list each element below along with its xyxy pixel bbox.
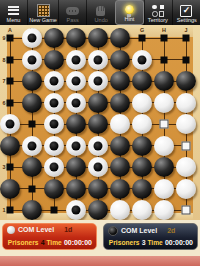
- white-territory-marker[interactable]: [160, 120, 169, 129]
- black-stone[interactable]: [110, 50, 130, 70]
- dead-white-stone[interactable]: [44, 71, 64, 91]
- black-stone[interactable]: [44, 179, 64, 199]
- white-stone[interactable]: [176, 93, 196, 113]
- black-stone[interactable]: [66, 179, 86, 199]
- black-stone[interactable]: [88, 28, 108, 48]
- black-prisoners-label: Prisoners: [109, 239, 140, 247]
- black-stone[interactable]: [66, 114, 86, 134]
- dead-white-stone[interactable]: [88, 71, 108, 91]
- dead-white-stone[interactable]: [88, 157, 108, 177]
- dead-white-stone[interactable]: [22, 136, 42, 156]
- bottom-banner: [0, 256, 200, 266]
- dead-white-stone[interactable]: [44, 136, 64, 156]
- black-territory-marker[interactable]: [51, 207, 58, 214]
- black-stone[interactable]: [88, 114, 108, 134]
- territory-stones-icon: [152, 4, 164, 17]
- black-stone[interactable]: [154, 71, 174, 91]
- black-stone[interactable]: [22, 200, 42, 220]
- black-territory-marker[interactable]: [29, 185, 36, 192]
- black-stone[interactable]: [132, 71, 152, 91]
- black-stone[interactable]: [88, 200, 108, 220]
- white-stone[interactable]: [110, 114, 130, 134]
- column-label-A: A: [8, 27, 12, 32]
- dead-white-stone[interactable]: [66, 200, 86, 220]
- white-com-level-value: 1d: [64, 226, 72, 234]
- black-stone[interactable]: [88, 93, 108, 113]
- black-stone[interactable]: [132, 157, 152, 177]
- white-stone[interactable]: [132, 93, 152, 113]
- black-com-level-label: COM Level: [121, 227, 157, 235]
- row-label-8: 8: [2, 57, 5, 62]
- black-stone[interactable]: [66, 157, 86, 177]
- undo-button-label: Undo: [94, 17, 107, 23]
- white-stone[interactable]: [154, 179, 174, 199]
- black-territory-marker[interactable]: [29, 121, 36, 128]
- dead-white-stone[interactable]: [66, 50, 86, 70]
- black-stone[interactable]: [0, 136, 20, 156]
- settings-button[interactable]: ✓ Settings: [172, 0, 200, 25]
- black-territory-marker[interactable]: [7, 78, 14, 85]
- go-app-window: Menu New Game Pass Undo Hint Territory ✓…: [0, 0, 200, 266]
- column-label-H: H: [162, 27, 166, 32]
- black-stone[interactable]: [110, 28, 130, 48]
- black-stone[interactable]: [132, 136, 152, 156]
- dead-white-stone[interactable]: [44, 93, 64, 113]
- white-territory-marker[interactable]: [182, 141, 191, 150]
- go-board[interactable]: ABCDEFGHJ987654321: [0, 25, 200, 220]
- dead-white-stone[interactable]: [44, 157, 64, 177]
- black-territory-marker[interactable]: [183, 56, 190, 63]
- white-stone[interactable]: [176, 157, 196, 177]
- new-game-button[interactable]: New Game: [27, 0, 58, 25]
- settings-button-label: Settings: [176, 17, 196, 23]
- black-stone[interactable]: [88, 179, 108, 199]
- dead-white-stone[interactable]: [22, 28, 42, 48]
- territory-button[interactable]: Territory: [144, 0, 172, 25]
- black-stone[interactable]: [44, 28, 64, 48]
- white-com-level-label: COM Level: [18, 226, 54, 234]
- black-territory-marker[interactable]: [183, 35, 190, 42]
- black-territory-marker[interactable]: [7, 207, 14, 214]
- black-stone[interactable]: [132, 179, 152, 199]
- pass-button-label: Pass: [67, 17, 79, 23]
- column-label-G: G: [140, 27, 144, 32]
- dead-white-stone[interactable]: [132, 50, 152, 70]
- black-stone[interactable]: [44, 50, 64, 70]
- hand-icon: [96, 4, 105, 17]
- white-clock: 00:00:00: [64, 239, 92, 247]
- pass-button[interactable]: Pass: [58, 0, 86, 25]
- speech-bubble-icon: [66, 4, 79, 17]
- white-prisoners-count: 4: [41, 239, 45, 247]
- row-label-3: 3: [2, 164, 5, 169]
- white-stone-icon: [7, 226, 15, 234]
- black-player-bar: COM Level 2d Prisoners 3 Time 00:00:00: [103, 223, 198, 250]
- white-stone[interactable]: [132, 114, 152, 134]
- white-prisoners-label: Prisoners: [8, 239, 39, 247]
- hint-button[interactable]: Hint: [115, 0, 144, 25]
- white-stone[interactable]: [132, 200, 152, 220]
- row-label-1: 1: [2, 207, 5, 212]
- white-stone[interactable]: [154, 93, 174, 113]
- black-stone[interactable]: [22, 71, 42, 91]
- black-stone[interactable]: [22, 157, 42, 177]
- toolbar: Menu New Game Pass Undo Hint Territory ✓…: [0, 0, 200, 26]
- black-territory-marker[interactable]: [7, 35, 14, 42]
- black-territory-marker[interactable]: [7, 56, 14, 63]
- black-stone[interactable]: [110, 179, 130, 199]
- white-stone[interactable]: [176, 114, 196, 134]
- white-stone[interactable]: [110, 200, 130, 220]
- white-stone[interactable]: [176, 179, 196, 199]
- undo-button[interactable]: Undo: [86, 0, 114, 25]
- black-territory-marker[interactable]: [161, 35, 168, 42]
- dead-white-stone[interactable]: [22, 50, 42, 70]
- black-territory-marker[interactable]: [7, 164, 14, 171]
- black-stone[interactable]: [110, 157, 130, 177]
- menu-button[interactable]: Menu: [0, 0, 27, 25]
- black-time-label: Time: [148, 239, 163, 247]
- territory-button-label: Territory: [148, 17, 168, 23]
- row-label-9: 9: [2, 35, 5, 40]
- dead-white-stone[interactable]: [66, 93, 86, 113]
- white-stone[interactable]: [154, 200, 174, 220]
- black-stone[interactable]: [22, 93, 42, 113]
- row-label-7: 7: [2, 78, 5, 83]
- white-territory-marker[interactable]: [182, 206, 191, 215]
- dead-white-stone[interactable]: [44, 114, 64, 134]
- row-label-6: 6: [2, 100, 5, 105]
- menu-icon: [8, 4, 19, 17]
- player-info-bars: COM Level 1d Prisoners 4 Time 00:00:00 C…: [0, 220, 200, 256]
- black-stone[interactable]: [110, 93, 130, 113]
- white-stone[interactable]: [154, 136, 174, 156]
- column-label-J: J: [184, 27, 187, 32]
- dead-white-stone[interactable]: [0, 114, 20, 134]
- new-game-button-label: New Game: [29, 17, 57, 23]
- black-com-level-value: 2d: [167, 227, 175, 235]
- white-player-bar: COM Level 1d Prisoners 4 Time 00:00:00: [2, 223, 97, 250]
- black-territory-marker[interactable]: [161, 56, 168, 63]
- lightbulb-icon: [125, 3, 134, 16]
- white-time-label: Time: [47, 239, 62, 247]
- checkbox-icon: ✓: [180, 4, 192, 17]
- menu-button-label: Menu: [7, 17, 21, 23]
- black-stone[interactable]: [110, 136, 130, 156]
- dead-white-stone[interactable]: [88, 50, 108, 70]
- black-stone[interactable]: [0, 179, 20, 199]
- black-stone[interactable]: [66, 28, 86, 48]
- black-stone-icon: [108, 226, 118, 236]
- black-stone[interactable]: [154, 157, 174, 177]
- black-clock: 00:00:00: [165, 239, 193, 247]
- hint-button-label: Hint: [124, 16, 134, 22]
- black-territory-marker[interactable]: [139, 35, 146, 42]
- black-stone[interactable]: [176, 71, 196, 91]
- black-territory-marker[interactable]: [7, 99, 14, 106]
- dead-white-stone[interactable]: [88, 136, 108, 156]
- black-stone[interactable]: [110, 71, 130, 91]
- board-grid-icon: [37, 4, 50, 17]
- dead-white-stone[interactable]: [66, 136, 86, 156]
- dead-white-stone[interactable]: [66, 71, 86, 91]
- black-prisoners-count: 3: [142, 239, 146, 247]
